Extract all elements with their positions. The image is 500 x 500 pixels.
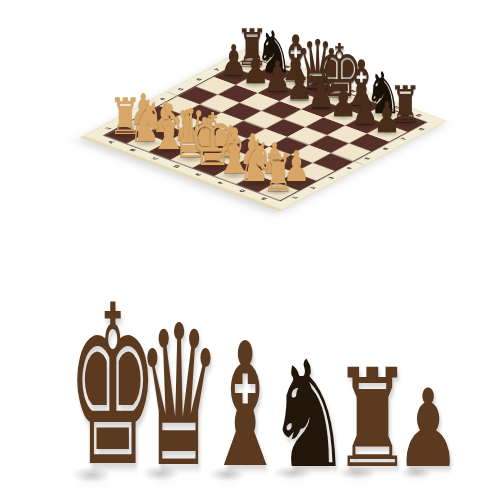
tray-piece-bishop-icon: ♝: [204, 342, 250, 470]
chess-set-photo: AABBCCDDEEFFGGHH8877665544332211 ♜♞♝♛♚♝♞…: [0, 0, 500, 500]
file-label-b-far: B: [273, 60, 302, 74]
rank-label-2-right: 2: [298, 181, 329, 194]
rank-label-6-right: 6: [370, 142, 401, 155]
rank-label-8-right: 8: [407, 123, 438, 136]
file-label-g-far: G: [383, 100, 412, 114]
file-label-a-far: A: [252, 52, 281, 66]
tray-piece-king-icon: ♚: [67, 304, 115, 470]
tray-piece-rook-icon: ♜: [333, 368, 381, 470]
tray-piece-knight-icon: ♞: [268, 360, 318, 470]
tray-piece-pawn-icon: ♟: [396, 389, 436, 470]
file-label-e-far: E: [339, 84, 368, 98]
file-label-h-far: H: [405, 109, 434, 123]
rank-label-1-right: 1: [280, 191, 311, 204]
file-label-d-far: D: [317, 76, 346, 90]
file-label-c-far: C: [295, 68, 324, 82]
tray-piece-queen-icon: ♛: [137, 324, 184, 470]
chess-board: AABBCCDDEEFFGGHH8877665544332211: [83, 47, 447, 210]
rank-label-3-right: 3: [316, 172, 347, 185]
piece-lineup: ♚♛♝♞♜♟: [61, 373, 440, 471]
rank-label-7-right: 7: [389, 133, 420, 146]
file-label-f-far: F: [361, 92, 390, 106]
